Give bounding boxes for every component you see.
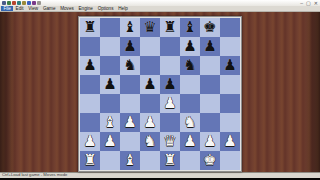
black-pawn-piece: ♟: [80, 56, 100, 75]
white-pawn-piece: ♟: [160, 94, 180, 113]
square-b3[interactable]: ♝: [100, 113, 120, 132]
square-e5[interactable]: ♟: [160, 75, 180, 94]
engine-icon[interactable]: [32, 1, 36, 5]
square-b6[interactable]: [100, 56, 120, 75]
square-f6[interactable]: ♞: [180, 56, 200, 75]
square-a6[interactable]: ♟: [80, 56, 100, 75]
square-a8[interactable]: ♜: [80, 18, 100, 37]
board-frame: ♜♝♛♜♝♚♟♟♟♟♞♞♟♟♟♟♟♝♟♟♞♟♟♞♛♟♟♟♜♝♜♚: [78, 16, 242, 172]
menu-item-file[interactable]: File: [1, 6, 13, 11]
white-pawn-piece: ♟: [140, 113, 160, 132]
black-queen-piece: ♛: [140, 18, 160, 37]
white-pawn-piece: ♟: [80, 132, 100, 151]
status-text: Ctrl+Load last game - Moves mode: [2, 173, 67, 178]
app-window: – ▢ ✕ FileEditViewGameMovesEngineOptions…: [0, 0, 320, 180]
square-a1[interactable]: ♜: [80, 151, 100, 170]
black-rook-piece: ♜: [160, 18, 180, 37]
white-bishop-piece: ♝: [100, 113, 120, 132]
square-g8[interactable]: ♚: [200, 18, 220, 37]
open-game-icon[interactable]: [12, 1, 16, 5]
black-pawn-piece: ♟: [160, 75, 180, 94]
white-knight-piece: ♞: [180, 113, 200, 132]
square-a4[interactable]: [80, 94, 100, 113]
menu-item-options[interactable]: Options: [95, 6, 116, 11]
square-h5[interactable]: [220, 75, 240, 94]
white-pawn-piece: ♟: [120, 113, 140, 132]
square-f8[interactable]: ♝: [180, 18, 200, 37]
square-f5[interactable]: [180, 75, 200, 94]
square-c7[interactable]: ♟: [120, 37, 140, 56]
white-rook-piece: ♜: [80, 151, 100, 170]
close-button[interactable]: ✕: [314, 1, 318, 6]
black-knight-piece: ♞: [120, 56, 140, 75]
square-b1[interactable]: [100, 151, 120, 170]
square-b7[interactable]: [100, 37, 120, 56]
maximize-button[interactable]: ▢: [306, 1, 311, 6]
square-d8[interactable]: ♛: [140, 18, 160, 37]
white-queen-piece: ♛: [160, 132, 180, 151]
square-e4[interactable]: ♟: [160, 94, 180, 113]
square-b2[interactable]: ♟: [100, 132, 120, 151]
main-area: ♜♝♛♜♝♚♟♟♟♟♞♞♟♟♟♟♟♝♟♟♞♟♟♞♛♟♟♟♜♝♜♚: [0, 12, 320, 172]
new-game-icon[interactable]: [7, 1, 11, 5]
menu-item-game[interactable]: Game: [41, 6, 58, 11]
square-d6[interactable]: [140, 56, 160, 75]
square-f4[interactable]: [180, 94, 200, 113]
settings-icon[interactable]: [37, 1, 41, 5]
app-icon[interactable]: [2, 1, 6, 5]
copy-icon[interactable]: [22, 1, 26, 5]
white-pawn-piece: ♟: [220, 132, 240, 151]
square-c1[interactable]: ♝: [120, 151, 140, 170]
square-d1[interactable]: [140, 151, 160, 170]
save-game-icon[interactable]: [17, 1, 21, 5]
square-b5[interactable]: ♟: [100, 75, 120, 94]
square-d2[interactable]: ♞: [140, 132, 160, 151]
square-e7[interactable]: [160, 37, 180, 56]
black-pawn-piece: ♟: [220, 56, 240, 75]
white-pawn-piece: ♟: [100, 132, 120, 151]
square-g6[interactable]: [200, 56, 220, 75]
square-f7[interactable]: ♟: [180, 37, 200, 56]
white-king-piece: ♚: [200, 151, 220, 170]
menu-item-view[interactable]: View: [26, 6, 41, 11]
square-f1[interactable]: [180, 151, 200, 170]
black-pawn-piece: ♟: [120, 37, 140, 56]
square-d5[interactable]: ♟: [140, 75, 160, 94]
square-a2[interactable]: ♟: [80, 132, 100, 151]
square-h7[interactable]: [220, 37, 240, 56]
square-c8[interactable]: ♝: [120, 18, 140, 37]
window-controls: – ▢ ✕: [300, 1, 318, 6]
menu-item-edit[interactable]: Edit: [13, 6, 26, 11]
square-g3[interactable]: [200, 113, 220, 132]
square-e2[interactable]: ♛: [160, 132, 180, 151]
toolbar: [2, 1, 41, 5]
black-knight-piece: ♞: [180, 56, 200, 75]
square-g7[interactable]: ♟: [200, 37, 220, 56]
black-pawn-piece: ♟: [100, 75, 120, 94]
square-b8[interactable]: [100, 18, 120, 37]
black-pawn-piece: ♟: [180, 37, 200, 56]
square-c4[interactable]: [120, 94, 140, 113]
square-f2[interactable]: ♟: [180, 132, 200, 151]
black-rook-piece: ♜: [80, 18, 100, 37]
square-c2[interactable]: [120, 132, 140, 151]
square-c5[interactable]: [120, 75, 140, 94]
bottom-strip: [0, 178, 320, 180]
square-h4[interactable]: [220, 94, 240, 113]
square-d7[interactable]: [140, 37, 160, 56]
white-pawn-piece: ♟: [200, 132, 220, 151]
square-h6[interactable]: ♟: [220, 56, 240, 75]
square-a5[interactable]: [80, 75, 100, 94]
black-bishop-piece: ♝: [180, 18, 200, 37]
black-king-piece: ♚: [200, 18, 220, 37]
square-g1[interactable]: ♚: [200, 151, 220, 170]
black-pawn-piece: ♟: [140, 75, 160, 94]
square-c3[interactable]: ♟: [120, 113, 140, 132]
black-pawn-piece: ♟: [200, 37, 220, 56]
square-h1[interactable]: [220, 151, 240, 170]
menu-item-help[interactable]: Help: [116, 6, 130, 11]
white-knight-piece: ♞: [140, 132, 160, 151]
square-e8[interactable]: ♜: [160, 18, 180, 37]
square-e3[interactable]: [160, 113, 180, 132]
chess-board: ♜♝♛♜♝♚♟♟♟♟♞♞♟♟♟♟♟♝♟♟♞♟♟♞♛♟♟♟♜♝♜♚: [80, 18, 240, 170]
white-bishop-piece: ♝: [120, 151, 140, 170]
white-rook-piece: ♜: [160, 151, 180, 170]
square-d3[interactable]: ♟: [140, 113, 160, 132]
square-e6[interactable]: [160, 56, 180, 75]
square-g2[interactable]: ♟: [200, 132, 220, 151]
square-a7[interactable]: [80, 37, 100, 56]
square-d4[interactable]: [140, 94, 160, 113]
square-f3[interactable]: ♞: [180, 113, 200, 132]
square-h3[interactable]: [220, 113, 240, 132]
white-pawn-piece: ♟: [180, 132, 200, 151]
square-h2[interactable]: ♟: [220, 132, 240, 151]
square-b4[interactable]: [100, 94, 120, 113]
square-g4[interactable]: [200, 94, 220, 113]
square-h8[interactable]: [220, 18, 240, 37]
paste-icon[interactable]: [27, 1, 31, 5]
square-c6[interactable]: ♞: [120, 56, 140, 75]
menu-item-moves[interactable]: Moves: [58, 6, 76, 11]
square-a3[interactable]: [80, 113, 100, 132]
square-e1[interactable]: ♜: [160, 151, 180, 170]
menu-item-engine[interactable]: Engine: [76, 6, 95, 11]
minimize-button[interactable]: –: [300, 1, 303, 6]
square-g5[interactable]: [200, 75, 220, 94]
black-bishop-piece: ♝: [120, 18, 140, 37]
